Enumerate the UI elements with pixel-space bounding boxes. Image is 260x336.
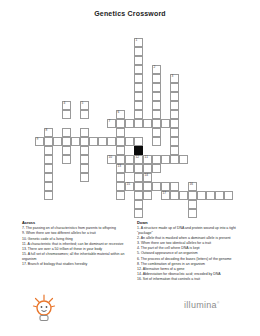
- clue-item: 3. When there are two identical alleles …: [137, 241, 247, 245]
- grid-cell[interactable]: 14: [143, 173, 152, 182]
- grid-cell[interactable]: [188, 209, 197, 218]
- grid-cell[interactable]: [134, 101, 143, 110]
- grid-cell[interactable]: [116, 155, 125, 164]
- down-clue-list: Down 1. A structure made up of DNA and p…: [137, 221, 247, 282]
- grid-cell[interactable]: [134, 92, 143, 101]
- grid-cell[interactable]: 2: [152, 65, 161, 74]
- clue-item: 7. The passing on of characteristics fro…: [22, 226, 134, 230]
- grid-cell[interactable]: 4: [62, 101, 71, 110]
- grid-cell[interactable]: [152, 92, 161, 101]
- grid-cell[interactable]: [125, 137, 134, 146]
- clue-number: 12: [136, 156, 140, 159]
- clue-item: 16. Set of information that controls a t…: [137, 277, 247, 281]
- grid-cell[interactable]: 11: [143, 155, 152, 164]
- clue-item: 1. A structure made up of DNA and protei…: [137, 226, 247, 235]
- grid-cell[interactable]: [170, 146, 179, 155]
- grid-cell[interactable]: [80, 146, 89, 155]
- grid-cell[interactable]: [152, 110, 161, 119]
- grid-cell[interactable]: [152, 128, 161, 137]
- grid-cell[interactable]: [161, 155, 170, 164]
- grid-cell[interactable]: [134, 83, 143, 92]
- grid-cell[interactable]: 15: [125, 182, 134, 191]
- grid-cell[interactable]: [152, 137, 161, 146]
- grid-cell[interactable]: [116, 128, 125, 137]
- clue-number: 15: [127, 183, 131, 186]
- grid-cell[interactable]: [44, 182, 53, 191]
- grid-cell[interactable]: [134, 137, 143, 146]
- clue-number: 11: [145, 156, 148, 159]
- grid-cell[interactable]: [161, 182, 170, 191]
- clue-item: 13. There are over a 50 trillion of thes…: [22, 247, 134, 251]
- grid-cell[interactable]: [143, 119, 152, 128]
- clue-number: 17: [163, 192, 167, 195]
- grid-cell[interactable]: [98, 137, 107, 146]
- grid-cell[interactable]: [143, 182, 152, 191]
- grid-cell[interactable]: [152, 74, 161, 83]
- grid-cell[interactable]: [143, 191, 152, 200]
- clue-item: 8. The combination of genes in an organi…: [137, 262, 247, 266]
- grid-cell[interactable]: [44, 146, 53, 155]
- clue-number: 1: [136, 39, 138, 42]
- grid-cell[interactable]: [125, 155, 134, 164]
- grid-cell[interactable]: [116, 191, 125, 200]
- grid-cell[interactable]: 3: [170, 74, 179, 83]
- grid-cell[interactable]: [170, 191, 179, 200]
- grid-cell[interactable]: [125, 119, 134, 128]
- grid-cell[interactable]: [215, 191, 224, 200]
- grid-cell[interactable]: [134, 164, 143, 173]
- grid-cell[interactable]: 7: [107, 119, 116, 128]
- clue-number: 16: [190, 183, 194, 186]
- grid-cell[interactable]: [152, 164, 161, 173]
- grid-cell[interactable]: [116, 182, 125, 191]
- grid-cell[interactable]: [80, 164, 89, 173]
- grid-cell[interactable]: [152, 83, 161, 92]
- grid-cell[interactable]: [71, 137, 80, 146]
- grid-cell[interactable]: [116, 173, 125, 182]
- clue-number: 7: [109, 120, 111, 123]
- grid-cell[interactable]: [152, 101, 161, 110]
- grid-cell[interactable]: [134, 74, 143, 83]
- grid-cell[interactable]: [170, 83, 179, 92]
- grid-cell[interactable]: [62, 137, 71, 146]
- grid-cell[interactable]: [197, 191, 206, 200]
- grid-cell[interactable]: [134, 110, 143, 119]
- clue-number: 2: [154, 66, 156, 69]
- grid-cell[interactable]: [107, 137, 116, 146]
- grid-cell[interactable]: 17: [161, 191, 170, 200]
- grid-cell[interactable]: [143, 164, 152, 173]
- grid-cell[interactable]: 10: [107, 155, 116, 164]
- grid-cell[interactable]: [170, 137, 179, 146]
- clue-item: 10. Genetic code of a living thing: [22, 237, 134, 241]
- clue-item: 2. An allele that is masked when a domin…: [137, 236, 247, 240]
- grid-cell[interactable]: [134, 191, 143, 200]
- clue-item: 9. When there are two different alleles …: [22, 231, 134, 235]
- grid-cell[interactable]: [134, 173, 143, 182]
- across-header: Across: [22, 221, 134, 225]
- clue-number: 9: [37, 138, 39, 141]
- grid-cell[interactable]: [44, 173, 53, 182]
- grid-cell[interactable]: [134, 56, 143, 65]
- grid-cell[interactable]: [224, 191, 233, 200]
- grid-cell[interactable]: [134, 209, 143, 218]
- grid-cell[interactable]: [62, 146, 71, 155]
- grid-cell[interactable]: [188, 191, 197, 200]
- page-title: Genetics Crossword: [0, 10, 260, 17]
- dna-mascot-icon: [32, 294, 56, 322]
- grid-cell[interactable]: [80, 128, 89, 137]
- grid-cell[interactable]: 9: [35, 137, 44, 146]
- grid-cell[interactable]: 12: [134, 155, 143, 164]
- clue-item: 15. A full set of chromosomes; all the i…: [22, 252, 134, 261]
- grid-cell[interactable]: [134, 47, 143, 56]
- grid-cell[interactable]: [179, 155, 188, 164]
- grid-cell[interactable]: 8: [44, 128, 53, 137]
- grid-cell[interactable]: [80, 155, 89, 164]
- grid-cell[interactable]: [53, 137, 62, 146]
- grid-cell[interactable]: [62, 155, 71, 164]
- grid-cell[interactable]: [44, 164, 53, 173]
- clue-item: 17. Branch of biology that studies hered…: [22, 262, 134, 266]
- clue-number: 14: [145, 174, 149, 177]
- blocked-cell: [134, 146, 143, 155]
- grid-cell[interactable]: [152, 155, 161, 164]
- across-clue-list: Across 7. The passing on of characterist…: [22, 221, 134, 267]
- grid-cell[interactable]: [170, 155, 179, 164]
- grid-cell[interactable]: [116, 137, 125, 146]
- down-header: Down: [137, 221, 247, 225]
- clue-item: 4. The part of the cell where DNA is kep…: [137, 246, 247, 250]
- clue-item: 5. Outward appearance of an organism: [137, 251, 247, 255]
- grid-cell[interactable]: [62, 110, 71, 119]
- grid-cell[interactable]: [134, 119, 143, 128]
- grid-cell[interactable]: [170, 101, 179, 110]
- grid-cell[interactable]: [170, 92, 179, 101]
- clue-number: 3: [172, 75, 174, 78]
- clue-number: 4: [64, 102, 66, 105]
- grid-cell[interactable]: [44, 155, 53, 164]
- clue-number: 13: [118, 165, 122, 168]
- grid-cell[interactable]: [152, 182, 161, 191]
- grid-cell[interactable]: [62, 128, 71, 137]
- grid-cell[interactable]: 6: [116, 110, 125, 119]
- grid-cell[interactable]: [125, 164, 134, 173]
- grid-cell[interactable]: [116, 119, 125, 128]
- grid-cell[interactable]: [134, 65, 143, 74]
- grid-cell[interactable]: [188, 200, 197, 209]
- grid-cell[interactable]: [116, 146, 125, 155]
- clue-item: 6. The process of decoding the bases (le…: [137, 257, 247, 261]
- grid-cell[interactable]: [170, 128, 179, 137]
- clue-number: 10: [109, 156, 113, 159]
- crossword-grid: 1234567891012111314151617: [35, 38, 233, 218]
- clue-item: 14. Abbreviation for ribonucleic acid; e…: [137, 272, 247, 276]
- grid-cell[interactable]: [161, 119, 170, 128]
- illumina-wordmark: illumina®: [184, 300, 219, 310]
- clue-number: 6: [118, 111, 120, 114]
- grid-cell[interactable]: [134, 182, 143, 191]
- grid-cell[interactable]: [44, 137, 53, 146]
- clue-number: 5: [82, 102, 84, 105]
- grid-cell[interactable]: [80, 110, 89, 119]
- grid-cell[interactable]: [80, 173, 89, 182]
- grid-cell[interactable]: [80, 137, 89, 146]
- grid-cell[interactable]: [44, 191, 53, 200]
- grid-cell[interactable]: [179, 191, 188, 200]
- grid-cell[interactable]: [134, 200, 143, 209]
- clue-item: 12. Alternative forms of a gene: [137, 267, 247, 271]
- grid-cell[interactable]: [206, 191, 215, 200]
- grid-cell[interactable]: 13: [116, 164, 125, 173]
- grid-cell[interactable]: 16: [188, 182, 197, 191]
- grid-cell[interactable]: [152, 119, 161, 128]
- clue-item: 11. A characteristic that is inherited; …: [22, 242, 134, 246]
- grid-cell[interactable]: 1: [134, 38, 143, 47]
- grid-cell[interactable]: [89, 137, 98, 146]
- grid-cell[interactable]: 5: [80, 101, 89, 110]
- clue-number: 8: [46, 129, 48, 132]
- grid-cell[interactable]: [170, 110, 179, 119]
- grid-cell[interactable]: [170, 119, 179, 128]
- grid-cell[interactable]: [170, 182, 179, 191]
